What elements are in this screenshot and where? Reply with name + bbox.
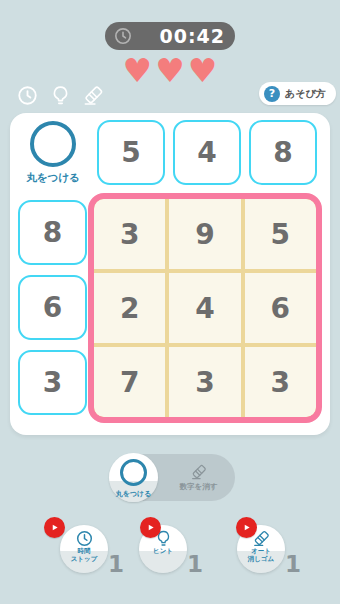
heart-icon: ♥ [155,54,185,87]
col-target-0: 5 [97,120,165,185]
eraser-icon [82,84,105,107]
grid-cell-r1c0[interactable]: 2 [94,273,165,343]
circle-icon [30,121,76,167]
row-target-2: 3 [18,350,87,415]
play-badge[interactable] [236,517,257,538]
mode-circle-label: 丸をつける [116,489,152,499]
how-to-play-button[interactable]: ? あそび方 [259,82,336,105]
grid-cell-r1c1[interactable]: 4 [169,273,240,343]
play-icon [144,521,157,534]
time-stop-count: 1 [108,553,124,576]
col-target-2: 8 [249,120,317,185]
clock-icon [75,529,94,548]
eraser-icon [190,463,208,481]
play-icon [48,521,61,534]
play-icon [240,521,253,534]
puzzle-grid: 3 9 5 2 4 6 7 3 3 [88,193,322,423]
clock-icon [16,84,39,107]
circle-mode-label: 丸をつける [26,171,79,185]
timer-value: 00:42 [160,25,225,47]
grid-cell-r2c0[interactable]: 7 [94,347,165,417]
bulb-icon [49,84,72,107]
grid-cell-r0c0[interactable]: 3 [94,199,165,269]
hint-label: ヒント [153,548,173,556]
mode-circle-option[interactable]: 丸をつける [109,453,158,502]
question-icon: ? [264,86,280,102]
time-stop-button[interactable]: 時間 ストップ [60,525,108,573]
grid-cell-r0c2[interactable]: 5 [245,199,316,269]
mode-erase-option[interactable]: 数字を消す [162,454,235,501]
time-stop-label: ストップ [71,556,98,564]
heart-icon: ♥ [188,54,218,87]
game-screen: 00:42 ♥ ♥ ♥ ? あそび方 丸をつける 5 4 8 8 6 3 3 9… [0,0,340,604]
row-target-0: 8 [18,200,87,265]
auto-eraser-label: 消しゴム [248,556,274,564]
board-panel: 丸をつける 5 4 8 8 6 3 3 9 5 2 4 6 7 3 3 [10,113,330,435]
heart-icon: ♥ [123,54,153,87]
col-target-1: 4 [173,120,241,185]
grid-cell-r1c2[interactable]: 6 [245,273,316,343]
row-target-1: 6 [18,275,87,340]
play-badge[interactable] [44,517,65,538]
timer-pill: 00:42 [105,22,235,50]
circle-mode-indicator: 丸をつける [18,120,88,186]
grid-cell-r2c1[interactable]: 3 [169,347,240,417]
grid-cell-r2c2[interactable]: 3 [245,347,316,417]
timer-clock-icon [113,26,133,46]
play-badge[interactable] [140,517,161,538]
how-to-play-label: あそび方 [285,87,326,101]
mode-toggle: 丸をつける 数字を消す [110,454,235,501]
circle-icon [120,459,147,486]
auto-eraser-count: 1 [285,553,301,576]
mode-erase-label: 数字を消す [180,482,218,492]
tool-icon-row [16,84,105,107]
grid-cell-r0c1[interactable]: 9 [169,199,240,269]
hint-count: 1 [187,553,203,576]
